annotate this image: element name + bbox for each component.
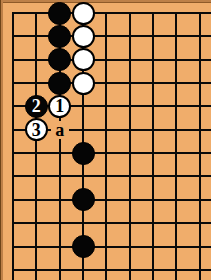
- grid-hline: [12, 35, 211, 37]
- grid-hline: [12, 152, 211, 154]
- grid-vline: [12, 12, 14, 280]
- grid-hline: [12, 175, 211, 177]
- grid-hline: [12, 59, 211, 61]
- go-board: 213a: [0, 0, 211, 280]
- grid-vline: [129, 12, 131, 280]
- grid-hline: [12, 246, 211, 248]
- grid-hline: [12, 82, 211, 84]
- stone-black: [72, 188, 95, 211]
- stone-white: [72, 2, 95, 25]
- grid-hline: [12, 269, 211, 271]
- stone-white: [72, 72, 95, 95]
- board-edge-top: [0, 0, 211, 3]
- stone-black: [48, 2, 71, 25]
- grid-vline: [105, 12, 107, 280]
- board-edge-left: [0, 0, 3, 280]
- stone-black: [72, 235, 95, 258]
- stone-black: [48, 48, 71, 71]
- grid-vline: [35, 12, 37, 280]
- grid-hline: [12, 222, 211, 224]
- grid-hline: [12, 12, 211, 14]
- grid-vline: [152, 12, 154, 280]
- stone-black: [48, 72, 71, 95]
- grid-vline: [175, 12, 177, 280]
- grid-hline: [12, 199, 211, 201]
- move-3-stone-white: 3: [25, 118, 48, 141]
- stone-white: [72, 48, 95, 71]
- stone-black: [48, 25, 71, 48]
- move-2-stone-black: 2: [25, 95, 48, 118]
- move-1-stone-white: 1: [48, 95, 71, 118]
- stone-black: [72, 142, 95, 165]
- point-label-a: a: [51, 121, 69, 139]
- stone-white: [72, 25, 95, 48]
- grid-vline: [199, 12, 201, 280]
